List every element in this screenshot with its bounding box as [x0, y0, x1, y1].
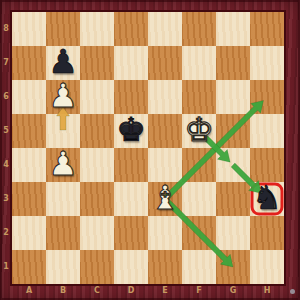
square-g6[interactable]: [216, 80, 250, 114]
square-c4[interactable]: [80, 148, 114, 182]
file-label-D: D: [125, 287, 137, 295]
rank-label-6: 6: [0, 93, 12, 101]
file-label-H: H: [261, 287, 273, 295]
square-c7[interactable]: [80, 46, 114, 80]
rank-label-2: 2: [0, 229, 12, 237]
square-a7[interactable]: [12, 46, 46, 80]
square-a8[interactable]: [12, 12, 46, 46]
square-f4[interactable]: [182, 148, 216, 182]
square-a5[interactable]: [12, 114, 46, 148]
square-d1[interactable]: [114, 250, 148, 284]
square-g5[interactable]: [216, 114, 250, 148]
square-c2[interactable]: [80, 216, 114, 250]
square-b2[interactable]: [46, 216, 80, 250]
corner-dot: [290, 289, 295, 294]
square-g7[interactable]: [216, 46, 250, 80]
chess-diagram: 87654321ABCDEFGH ♟♟♚♚♟♝♞: [0, 0, 300, 300]
square-c8[interactable]: [80, 12, 114, 46]
square-a2[interactable]: [12, 216, 46, 250]
piece-black-knight-h3[interactable]: ♞: [250, 181, 284, 215]
square-f2[interactable]: [182, 216, 216, 250]
square-h5[interactable]: [250, 114, 284, 148]
square-g4[interactable]: [216, 148, 250, 182]
piece-white-king-f5[interactable]: ♚: [182, 113, 216, 147]
square-c1[interactable]: [80, 250, 114, 284]
square-h6[interactable]: [250, 80, 284, 114]
square-h7[interactable]: [250, 46, 284, 80]
piece-white-pawn-b6[interactable]: ♟: [46, 79, 80, 113]
square-h8[interactable]: [250, 12, 284, 46]
square-d8[interactable]: [114, 12, 148, 46]
square-e7[interactable]: [148, 46, 182, 80]
square-a1[interactable]: [12, 250, 46, 284]
square-h1[interactable]: [250, 250, 284, 284]
square-c3[interactable]: [80, 182, 114, 216]
square-d3[interactable]: [114, 182, 148, 216]
square-g2[interactable]: [216, 216, 250, 250]
square-d7[interactable]: [114, 46, 148, 80]
rank-label-8: 8: [0, 25, 12, 33]
square-c6[interactable]: [80, 80, 114, 114]
rank-label-4: 4: [0, 161, 12, 169]
square-a4[interactable]: [12, 148, 46, 182]
square-a6[interactable]: [12, 80, 46, 114]
square-f7[interactable]: [182, 46, 216, 80]
rank-label-7: 7: [0, 59, 12, 67]
piece-white-pawn-b4[interactable]: ♟: [46, 147, 80, 181]
square-b1[interactable]: [46, 250, 80, 284]
square-d2[interactable]: [114, 216, 148, 250]
square-b5[interactable]: [46, 114, 80, 148]
file-label-B: B: [57, 287, 69, 295]
piece-white-bishop-e3[interactable]: ♝: [148, 181, 182, 215]
square-e8[interactable]: [148, 12, 182, 46]
rank-label-3: 3: [0, 195, 12, 203]
rank-label-1: 1: [0, 263, 12, 271]
file-label-F: F: [193, 287, 205, 295]
piece-black-pawn-b7[interactable]: ♟: [46, 45, 80, 79]
rank-label-5: 5: [0, 127, 12, 135]
square-f6[interactable]: [182, 80, 216, 114]
square-b8[interactable]: [46, 12, 80, 46]
piece-black-king-d5[interactable]: ♚: [114, 113, 148, 147]
square-b3[interactable]: [46, 182, 80, 216]
file-label-G: G: [227, 287, 239, 295]
square-f1[interactable]: [182, 250, 216, 284]
square-g3[interactable]: [216, 182, 250, 216]
square-a3[interactable]: [12, 182, 46, 216]
file-label-E: E: [159, 287, 171, 295]
square-h2[interactable]: [250, 216, 284, 250]
square-f8[interactable]: [182, 12, 216, 46]
square-g1[interactable]: [216, 250, 250, 284]
square-e1[interactable]: [148, 250, 182, 284]
square-c5[interactable]: [80, 114, 114, 148]
square-h4[interactable]: [250, 148, 284, 182]
square-e4[interactable]: [148, 148, 182, 182]
square-f3[interactable]: [182, 182, 216, 216]
square-g8[interactable]: [216, 12, 250, 46]
file-label-C: C: [91, 287, 103, 295]
square-e5[interactable]: [148, 114, 182, 148]
square-e2[interactable]: [148, 216, 182, 250]
file-label-A: A: [23, 287, 35, 295]
square-d6[interactable]: [114, 80, 148, 114]
square-e6[interactable]: [148, 80, 182, 114]
square-d4[interactable]: [114, 148, 148, 182]
